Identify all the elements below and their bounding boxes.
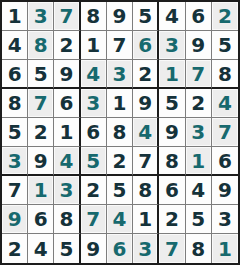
cell-r2c2[interactable]: 8 bbox=[28, 31, 54, 60]
cell-r4c1[interactable]: 8 bbox=[2, 89, 28, 118]
cell-r2c5[interactable]: 7 bbox=[107, 31, 133, 60]
cell-r3c4[interactable]: 4 bbox=[81, 60, 107, 89]
cell-r7c1[interactable]: 7 bbox=[2, 176, 28, 205]
cell-r1c5[interactable]: 9 bbox=[107, 2, 133, 31]
cell-r6c4[interactable]: 5 bbox=[81, 147, 107, 176]
cell-r3c2[interactable]: 5 bbox=[28, 60, 54, 89]
cell-r5c5[interactable]: 8 bbox=[107, 118, 133, 147]
cell-r1c7[interactable]: 4 bbox=[159, 2, 185, 31]
cell-r6c7[interactable]: 8 bbox=[159, 147, 185, 176]
cell-r7c9[interactable]: 9 bbox=[212, 176, 238, 205]
cell-r5c6[interactable]: 4 bbox=[133, 118, 159, 147]
cell-r3c8[interactable]: 7 bbox=[186, 60, 212, 89]
cell-r2c9[interactable]: 5 bbox=[212, 31, 238, 60]
cell-r1c3[interactable]: 7 bbox=[54, 2, 80, 31]
cell-r8c1[interactable]: 9 bbox=[2, 205, 28, 234]
cell-r8c6[interactable]: 1 bbox=[133, 205, 159, 234]
cell-r2c3[interactable]: 2 bbox=[54, 31, 80, 60]
cell-r6c1[interactable]: 3 bbox=[2, 147, 28, 176]
cell-r9c3[interactable]: 5 bbox=[54, 234, 80, 263]
cell-r3c7[interactable]: 1 bbox=[159, 60, 185, 89]
cell-r1c4[interactable]: 8 bbox=[81, 2, 107, 31]
cell-r2c1[interactable]: 4 bbox=[2, 31, 28, 60]
cell-r1c9[interactable]: 2 bbox=[212, 2, 238, 31]
cell-r2c7[interactable]: 3 bbox=[159, 31, 185, 60]
cell-r3c5[interactable]: 3 bbox=[107, 60, 133, 89]
cell-r5c8[interactable]: 3 bbox=[186, 118, 212, 147]
sudoku-board: 1378954624821763956594321788763195245216… bbox=[0, 0, 240, 265]
cell-r6c5[interactable]: 2 bbox=[107, 147, 133, 176]
cell-r6c8[interactable]: 1 bbox=[186, 147, 212, 176]
cell-r4c5[interactable]: 1 bbox=[107, 89, 133, 118]
cell-r3c3[interactable]: 9 bbox=[54, 60, 80, 89]
cell-r8c8[interactable]: 5 bbox=[186, 205, 212, 234]
cell-r5c4[interactable]: 6 bbox=[81, 118, 107, 147]
cell-r1c2[interactable]: 3 bbox=[28, 2, 54, 31]
cell-r4c6[interactable]: 9 bbox=[133, 89, 159, 118]
cell-r1c8[interactable]: 6 bbox=[186, 2, 212, 31]
cell-r3c1[interactable]: 6 bbox=[2, 60, 28, 89]
cell-r5c9[interactable]: 7 bbox=[212, 118, 238, 147]
cell-r7c7[interactable]: 6 bbox=[159, 176, 185, 205]
cell-r6c9[interactable]: 6 bbox=[212, 147, 238, 176]
cell-r9c4[interactable]: 9 bbox=[81, 234, 107, 263]
cell-r8c3[interactable]: 8 bbox=[54, 205, 80, 234]
cell-r2c6[interactable]: 6 bbox=[133, 31, 159, 60]
cell-r9c5[interactable]: 6 bbox=[107, 234, 133, 263]
cell-r8c5[interactable]: 4 bbox=[107, 205, 133, 234]
cell-r9c9[interactable]: 1 bbox=[212, 234, 238, 263]
cell-r4c8[interactable]: 2 bbox=[186, 89, 212, 118]
cell-r1c6[interactable]: 5 bbox=[133, 2, 159, 31]
cell-r3c6[interactable]: 2 bbox=[133, 60, 159, 89]
cell-r7c2[interactable]: 1 bbox=[28, 176, 54, 205]
cell-r6c6[interactable]: 7 bbox=[133, 147, 159, 176]
cell-r7c4[interactable]: 2 bbox=[81, 176, 107, 205]
cell-r7c8[interactable]: 4 bbox=[186, 176, 212, 205]
cell-r7c3[interactable]: 3 bbox=[54, 176, 80, 205]
cell-r4c9[interactable]: 4 bbox=[212, 89, 238, 118]
cell-r9c6[interactable]: 3 bbox=[133, 234, 159, 263]
cell-r4c3[interactable]: 6 bbox=[54, 89, 80, 118]
cell-r5c3[interactable]: 1 bbox=[54, 118, 80, 147]
cell-r8c2[interactable]: 6 bbox=[28, 205, 54, 234]
cell-r8c4[interactable]: 7 bbox=[81, 205, 107, 234]
cell-r9c1[interactable]: 2 bbox=[2, 234, 28, 263]
cell-r2c8[interactable]: 9 bbox=[186, 31, 212, 60]
cell-r6c2[interactable]: 9 bbox=[28, 147, 54, 176]
cell-r4c2[interactable]: 7 bbox=[28, 89, 54, 118]
cell-r1c1[interactable]: 1 bbox=[2, 2, 28, 31]
cell-r9c8[interactable]: 8 bbox=[186, 234, 212, 263]
cell-r5c1[interactable]: 5 bbox=[2, 118, 28, 147]
cell-r7c5[interactable]: 5 bbox=[107, 176, 133, 205]
cell-r5c7[interactable]: 9 bbox=[159, 118, 185, 147]
cell-r9c7[interactable]: 7 bbox=[159, 234, 185, 263]
cell-r9c2[interactable]: 4 bbox=[28, 234, 54, 263]
cell-r7c6[interactable]: 8 bbox=[133, 176, 159, 205]
cell-r5c2[interactable]: 2 bbox=[28, 118, 54, 147]
cell-r4c4[interactable]: 3 bbox=[81, 89, 107, 118]
cell-r4c7[interactable]: 5 bbox=[159, 89, 185, 118]
cell-r6c3[interactable]: 4 bbox=[54, 147, 80, 176]
cell-r8c7[interactable]: 2 bbox=[159, 205, 185, 234]
cell-r8c9[interactable]: 3 bbox=[212, 205, 238, 234]
cell-r3c9[interactable]: 8 bbox=[212, 60, 238, 89]
cell-r2c4[interactable]: 1 bbox=[81, 31, 107, 60]
